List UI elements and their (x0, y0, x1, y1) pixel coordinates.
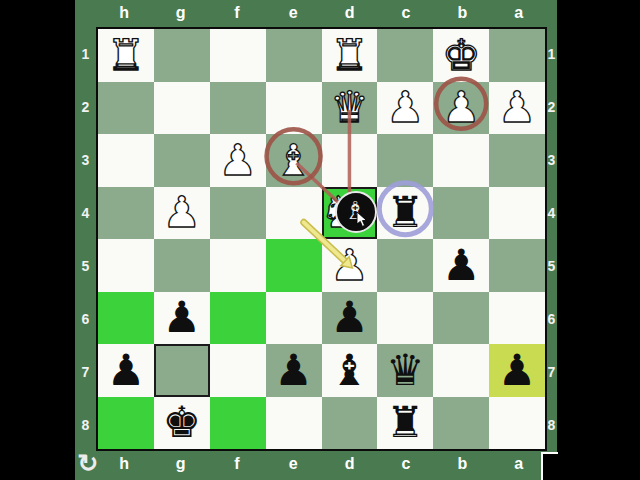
file-label-d: d (322, 452, 378, 476)
file-label-h: h (96, 452, 152, 476)
square-g6[interactable]: ♟ (154, 292, 210, 345)
file-label-e: e (265, 1, 321, 25)
square-e1[interactable] (266, 29, 322, 82)
square-a2[interactable]: ♟ (489, 82, 545, 135)
square-f6[interactable] (210, 292, 266, 345)
square-g1[interactable] (154, 29, 210, 82)
square-h3[interactable] (98, 134, 154, 187)
file-label-f: f (209, 452, 265, 476)
rank-label-6: 6 (75, 292, 96, 345)
file-label-h: h (96, 1, 152, 25)
file-label-e: e (265, 452, 321, 476)
file-labels-bottom: hgfedcba (96, 452, 547, 476)
square-d7[interactable]: ♝ (322, 344, 378, 397)
square-c7[interactable]: ♛ (377, 344, 433, 397)
mouse-cursor-icon (356, 212, 370, 228)
square-g4[interactable]: ♟ (154, 187, 210, 240)
piece-white-pawn: ♟ (442, 86, 481, 129)
square-a6[interactable] (489, 292, 545, 345)
square-g5[interactable] (154, 239, 210, 292)
square-e8[interactable] (266, 397, 322, 450)
piece-black-pawn: ♟ (442, 244, 481, 287)
square-d6[interactable]: ♟ (322, 292, 378, 345)
file-label-a: a (491, 452, 547, 476)
rank-label-3: 3 (75, 133, 96, 186)
rank-label-2: 2 (75, 80, 96, 133)
square-a7[interactable]: ♟ (489, 344, 545, 397)
piece-white-pawn: ♟ (163, 191, 202, 234)
square-c1[interactable] (377, 29, 433, 82)
square-e2[interactable] (266, 82, 322, 135)
square-d5[interactable]: ♟ (322, 239, 378, 292)
file-label-d: d (322, 1, 378, 25)
square-b3[interactable] (433, 134, 489, 187)
rank-labels-left: 12345678 (75, 27, 96, 451)
square-c3[interactable] (377, 134, 433, 187)
piece-white-pawn: ♟ (386, 86, 425, 129)
chess-board[interactable]: ♜♜♚♛♟♟♟♟♝♟♞♗♜♟♟♟♟♟♟♝♛♟♚♜ (96, 27, 547, 451)
square-h2[interactable] (98, 82, 154, 135)
square-c8[interactable]: ♜ (377, 397, 433, 450)
piece-white-queen: ♛ (330, 86, 369, 129)
rank-label-8: 8 (75, 398, 96, 451)
file-label-f: f (209, 1, 265, 25)
square-a4[interactable] (489, 187, 545, 240)
file-label-b: b (434, 452, 490, 476)
drag-piece-overlay: ♗ (335, 191, 377, 233)
piece-white-pawn: ♟ (218, 139, 257, 182)
piece-black-bishop: ♝ (330, 349, 369, 392)
file-label-c: c (378, 452, 434, 476)
piece-black-rook: ♜ (386, 191, 425, 234)
piece-white-pawn: ♟ (330, 244, 369, 287)
square-c4[interactable]: ♜ (377, 187, 433, 240)
square-f1[interactable] (210, 29, 266, 82)
square-h4[interactable] (98, 187, 154, 240)
piece-white-pawn: ♟ (498, 86, 537, 129)
square-d3[interactable] (322, 134, 378, 187)
square-g3[interactable] (154, 134, 210, 187)
square-e3[interactable]: ♝ (266, 134, 322, 187)
square-b4[interactable] (433, 187, 489, 240)
square-g2[interactable] (154, 82, 210, 135)
square-b2[interactable]: ♟ (433, 82, 489, 135)
square-f3[interactable]: ♟ (210, 134, 266, 187)
piece-black-rook: ♜ (386, 401, 425, 444)
square-h6[interactable] (98, 292, 154, 345)
piece-white-king: ♚ (442, 34, 481, 77)
square-d2[interactable]: ♛ (322, 82, 378, 135)
piece-black-pawn: ♟ (107, 349, 146, 392)
square-e4[interactable] (266, 187, 322, 240)
flip-board-icon[interactable]: ↻ (74, 448, 102, 478)
square-c6[interactable] (377, 292, 433, 345)
square-h1[interactable]: ♜ (98, 29, 154, 82)
square-c5[interactable] (377, 239, 433, 292)
rank-label-4: 4 (75, 186, 96, 239)
rank-label-7: 7 (75, 345, 96, 398)
square-f4[interactable] (210, 187, 266, 240)
file-label-a: a (491, 1, 547, 25)
file-label-c: c (378, 1, 434, 25)
rank-label-1: 1 (75, 27, 96, 80)
square-g7[interactable] (154, 344, 210, 397)
file-label-g: g (152, 1, 208, 25)
video-frame: hgfedcba hgfedcba 12345678 12345678 ♜♜♚♛… (0, 0, 640, 480)
square-a5[interactable] (489, 239, 545, 292)
square-d4[interactable]: ♞♗ (322, 187, 378, 240)
square-h5[interactable] (98, 239, 154, 292)
square-f8[interactable] (210, 397, 266, 450)
file-labels-top: hgfedcba (96, 1, 547, 25)
square-f7[interactable] (210, 344, 266, 397)
piece-black-pawn: ♟ (274, 349, 313, 392)
square-e5[interactable] (266, 239, 322, 292)
file-label-b: b (434, 1, 490, 25)
square-e6[interactable] (266, 292, 322, 345)
square-a3[interactable] (489, 134, 545, 187)
square-b7[interactable] (433, 344, 489, 397)
square-b1[interactable]: ♚ (433, 29, 489, 82)
bottom-right-marker (541, 452, 558, 480)
square-f5[interactable] (210, 239, 266, 292)
square-a1[interactable] (489, 29, 545, 82)
square-d1[interactable]: ♜ (322, 29, 378, 82)
square-g8[interactable]: ♚ (154, 397, 210, 450)
square-b6[interactable] (433, 292, 489, 345)
square-d8[interactable] (322, 397, 378, 450)
piece-black-king: ♚ (163, 401, 202, 444)
piece-black-pawn: ♟ (330, 296, 369, 339)
piece-white-rook: ♜ (330, 34, 369, 77)
piece-black-pawn: ♟ (163, 296, 202, 339)
rank-label-5: 5 (75, 239, 96, 292)
square-c2[interactable]: ♟ (377, 82, 433, 135)
square-h7[interactable]: ♟ (98, 344, 154, 397)
square-b5[interactable]: ♟ (433, 239, 489, 292)
square-a8[interactable] (489, 397, 545, 450)
piece-black-pawn: ♟ (498, 349, 537, 392)
square-e7[interactable]: ♟ (266, 344, 322, 397)
square-h8[interactable] (98, 397, 154, 450)
file-label-g: g (152, 452, 208, 476)
piece-black-queen: ♛ (386, 349, 425, 392)
piece-white-rook: ♜ (107, 34, 146, 77)
piece-white-bishop: ♝ (274, 139, 313, 182)
square-b8[interactable] (433, 397, 489, 450)
square-f2[interactable] (210, 82, 266, 135)
